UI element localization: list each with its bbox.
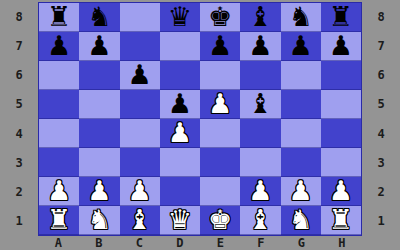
square-c5[interactable] [120, 90, 160, 119]
square-e3[interactable] [200, 148, 240, 177]
square-h1[interactable]: ♜ [321, 206, 361, 235]
rank-label-8-right: 8 [362, 2, 400, 31]
square-f6[interactable] [240, 61, 280, 90]
piece-black-pawn[interactable]: ♟ [248, 32, 272, 59]
piece-white-pawn[interactable]: ♟ [248, 177, 272, 204]
square-a6[interactable] [39, 61, 79, 90]
rank-label-2-right: 2 [362, 178, 400, 207]
square-a4[interactable] [39, 119, 79, 148]
piece-white-rook[interactable]: ♜ [329, 206, 353, 233]
rank-label-4-right: 4 [362, 119, 400, 148]
file-label-g: G [281, 236, 322, 250]
piece-white-bishop[interactable]: ♝ [248, 206, 272, 233]
square-g4[interactable] [281, 119, 321, 148]
square-f4[interactable] [240, 119, 280, 148]
square-d2[interactable] [160, 177, 200, 206]
square-e5[interactable]: ♟ [200, 90, 240, 119]
file-label-e: E [200, 236, 241, 250]
piece-black-pawn[interactable]: ♟ [168, 90, 192, 117]
square-b2[interactable]: ♟ [79, 177, 119, 206]
square-d8[interactable]: ♛ [160, 3, 200, 32]
chess-board: ♜♞♛♚♝♞♜♟♟♟♟♟♟♟♟♟♝♟♟♟♟♟♟♟♜♞♝♛♚♝♞♜ [38, 2, 362, 236]
piece-black-queen[interactable]: ♛ [168, 3, 192, 30]
square-f5[interactable]: ♝ [240, 90, 280, 119]
piece-black-pawn[interactable]: ♟ [47, 32, 71, 59]
square-g8[interactable]: ♞ [281, 3, 321, 32]
piece-white-queen[interactable]: ♛ [168, 206, 192, 233]
square-c4[interactable] [120, 119, 160, 148]
square-d4[interactable]: ♟ [160, 119, 200, 148]
square-a3[interactable] [39, 148, 79, 177]
square-f2[interactable]: ♟ [240, 177, 280, 206]
rank-label-7-right: 7 [362, 31, 400, 60]
rank-label-1-right: 1 [362, 207, 400, 236]
rank-label-6-left: 6 [0, 61, 38, 90]
piece-white-pawn[interactable]: ♟ [128, 177, 152, 204]
piece-black-rook[interactable]: ♜ [47, 3, 71, 30]
square-h4[interactable] [321, 119, 361, 148]
square-a8[interactable]: ♜ [39, 3, 79, 32]
square-b1[interactable]: ♞ [79, 206, 119, 235]
rank-label-7-left: 7 [0, 31, 38, 60]
square-a7[interactable]: ♟ [39, 32, 79, 61]
square-g7[interactable]: ♟ [281, 32, 321, 61]
file-label-b: B [79, 236, 120, 250]
square-a1[interactable]: ♜ [39, 206, 79, 235]
square-b4[interactable] [79, 119, 119, 148]
piece-white-pawn[interactable]: ♟ [87, 177, 111, 204]
piece-black-pawn[interactable]: ♟ [329, 32, 353, 59]
piece-white-pawn[interactable]: ♟ [47, 177, 71, 204]
file-label-a: A [38, 236, 79, 250]
piece-black-pawn[interactable]: ♟ [128, 61, 152, 88]
rank-label-2-left: 2 [0, 178, 38, 207]
square-d3[interactable] [160, 148, 200, 177]
file-label-f: F [241, 236, 282, 250]
square-e7[interactable]: ♟ [200, 32, 240, 61]
square-h8[interactable]: ♜ [321, 3, 361, 32]
square-h3[interactable] [321, 148, 361, 177]
rank-label-6-right: 6 [362, 61, 400, 90]
square-b5[interactable] [79, 90, 119, 119]
piece-black-bishop[interactable]: ♝ [248, 90, 272, 117]
square-h5[interactable] [321, 90, 361, 119]
square-c6[interactable]: ♟ [120, 61, 160, 90]
square-g1[interactable]: ♞ [281, 206, 321, 235]
square-f1[interactable]: ♝ [240, 206, 280, 235]
square-g6[interactable] [281, 61, 321, 90]
rank-label-5-left: 5 [0, 90, 38, 119]
square-f7[interactable]: ♟ [240, 32, 280, 61]
piece-black-bishop[interactable]: ♝ [248, 3, 272, 30]
rank-label-3-left: 3 [0, 148, 38, 177]
screen: 87654321 ♜♞♛♚♝♞♜♟♟♟♟♟♟♟♟♟♝♟♟♟♟♟♟♟♜♞♝♛♚♝♞… [0, 0, 400, 250]
square-f8[interactable]: ♝ [240, 3, 280, 32]
square-d1[interactable]: ♛ [160, 206, 200, 235]
piece-white-bishop[interactable]: ♝ [128, 206, 152, 233]
piece-black-rook[interactable]: ♜ [329, 3, 353, 30]
piece-white-king[interactable]: ♚ [208, 206, 232, 233]
square-h2[interactable]: ♟ [321, 177, 361, 206]
square-h6[interactable] [321, 61, 361, 90]
square-d5[interactable]: ♟ [160, 90, 200, 119]
square-h7[interactable]: ♟ [321, 32, 361, 61]
square-a5[interactable] [39, 90, 79, 119]
square-c7[interactable] [120, 32, 160, 61]
piece-black-knight[interactable]: ♞ [87, 3, 111, 30]
file-label-h: H [322, 236, 363, 250]
rank-label-4-left: 4 [0, 119, 38, 148]
rank-labels-right: 87654321 [362, 2, 400, 236]
rank-label-8-left: 8 [0, 2, 38, 31]
square-e8[interactable]: ♚ [200, 3, 240, 32]
square-b7[interactable]: ♟ [79, 32, 119, 61]
piece-black-king[interactable]: ♚ [208, 3, 232, 30]
piece-black-pawn[interactable]: ♟ [87, 32, 111, 59]
square-e2[interactable] [200, 177, 240, 206]
piece-white-knight[interactable]: ♞ [87, 206, 111, 233]
file-label-d: D [160, 236, 201, 250]
square-g3[interactable] [281, 148, 321, 177]
rank-label-5-right: 5 [362, 90, 400, 119]
square-c8[interactable] [120, 3, 160, 32]
square-c3[interactable] [120, 148, 160, 177]
piece-white-pawn[interactable]: ♟ [289, 177, 313, 204]
square-b6[interactable] [79, 61, 119, 90]
square-b3[interactable] [79, 148, 119, 177]
square-c1[interactable]: ♝ [120, 206, 160, 235]
file-labels: ABCDEFGH [38, 236, 362, 250]
rank-labels-left: 87654321 [0, 2, 38, 236]
square-d6[interactable] [160, 61, 200, 90]
piece-black-pawn[interactable]: ♟ [289, 32, 313, 59]
piece-white-rook[interactable]: ♜ [47, 206, 71, 233]
square-d7[interactable] [160, 32, 200, 61]
square-f3[interactable] [240, 148, 280, 177]
piece-white-pawn[interactable]: ♟ [329, 177, 353, 204]
piece-white-pawn[interactable]: ♟ [168, 119, 192, 146]
piece-white-pawn[interactable]: ♟ [208, 90, 232, 117]
file-label-c: C [119, 236, 160, 250]
piece-black-knight[interactable]: ♞ [289, 3, 313, 30]
piece-black-pawn[interactable]: ♟ [208, 32, 232, 59]
rank-label-3-right: 3 [362, 148, 400, 177]
rank-label-1-left: 1 [0, 207, 38, 236]
piece-white-knight[interactable]: ♞ [289, 206, 313, 233]
square-e1[interactable]: ♚ [200, 206, 240, 235]
square-c2[interactable]: ♟ [120, 177, 160, 206]
square-e6[interactable] [200, 61, 240, 90]
square-b8[interactable]: ♞ [79, 3, 119, 32]
square-g2[interactable]: ♟ [281, 177, 321, 206]
square-e4[interactable] [200, 119, 240, 148]
square-a2[interactable]: ♟ [39, 177, 79, 206]
square-g5[interactable] [281, 90, 321, 119]
